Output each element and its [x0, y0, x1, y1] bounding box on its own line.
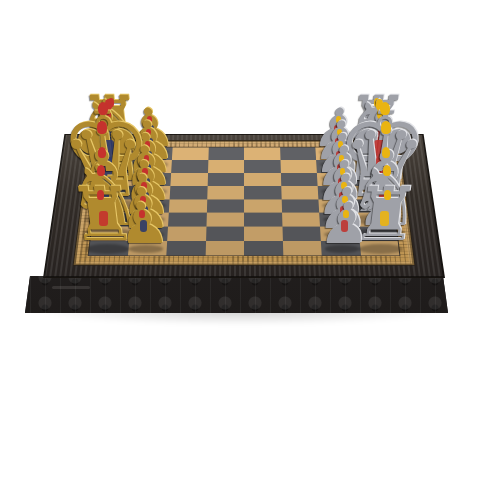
board-square[interactable]: [244, 160, 280, 173]
board-square[interactable]: [206, 227, 244, 241]
board-square[interactable]: [208, 160, 244, 173]
board-square[interactable]: [244, 241, 283, 256]
board-square[interactable]: [205, 241, 244, 256]
white-pawn[interactable]: ♟: [111, 195, 175, 252]
board-square[interactable]: [244, 186, 281, 199]
board-square[interactable]: [206, 199, 244, 213]
board-square[interactable]: [207, 173, 244, 186]
board-square[interactable]: [206, 213, 244, 227]
black-pawn[interactable]: ♟: [314, 195, 378, 252]
board-square[interactable]: [244, 227, 282, 241]
chess-set-scene: ♜♞♝♛♚♝♞♜♟♟♟♟♟♟♟♟♜♞♝♛♚♝♞♜♟♟♟♟♟♟♟♟: [0, 0, 480, 480]
board-square[interactable]: [244, 173, 281, 186]
board-square[interactable]: [244, 199, 282, 213]
board-square[interactable]: [208, 147, 244, 160]
board-square[interactable]: [207, 186, 244, 199]
maker-stamp: [52, 286, 90, 289]
board-square[interactable]: [244, 147, 280, 160]
board-square[interactable]: [244, 213, 282, 227]
